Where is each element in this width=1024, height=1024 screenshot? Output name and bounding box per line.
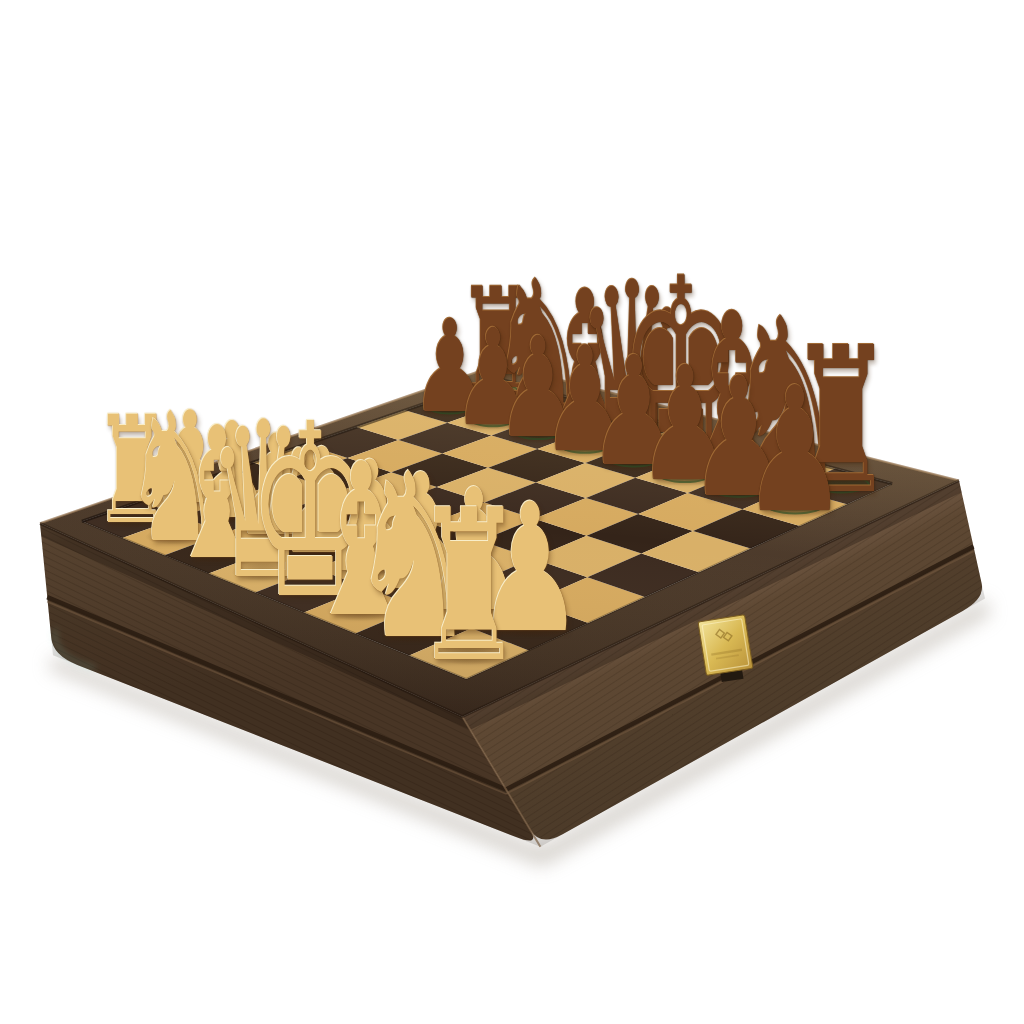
piece-h7-black-pawn[interactable]: ♟ — [742, 365, 847, 538]
piece-h1-white-rook[interactable]: ♜ — [415, 482, 524, 691]
chess-box-photo: ♜♞♝♛♚♝♞♜♟♟♟♟♟♟♟♟♟♟♟♟♟♟♟♟♜♞♝♛♚♝♞♜ — [0, 0, 1024, 1024]
